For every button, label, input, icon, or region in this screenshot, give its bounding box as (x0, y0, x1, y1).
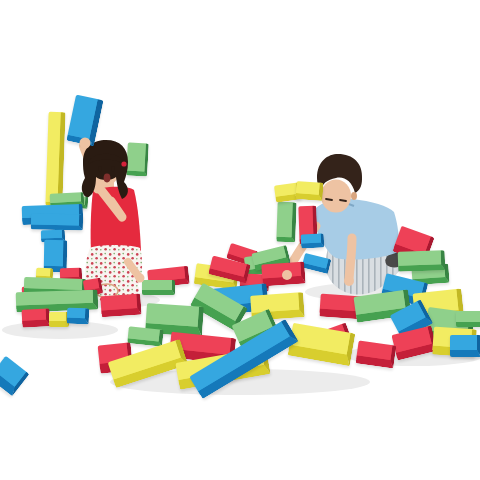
tower-base-blue (67, 308, 90, 325)
pile-red-slab-1 (261, 262, 305, 287)
tower-blue-slab-2 (31, 214, 83, 231)
pile-green-8 (127, 326, 164, 347)
arch-blue-base (301, 233, 325, 248)
blocks-front-layer (0, 0, 480, 480)
pile-blue-edge (0, 356, 29, 397)
arch-green-column (276, 202, 296, 243)
pile-red-9 (356, 340, 397, 368)
pile-blue-2 (302, 253, 332, 274)
pile-green-4 (398, 250, 446, 272)
pile-green-6 (142, 280, 175, 295)
tower-base-red (22, 308, 51, 327)
pile-red-6 (100, 294, 141, 318)
pile-green-7 (456, 311, 480, 327)
girl-held-block (66, 95, 103, 147)
tower-yellow-column (45, 112, 65, 207)
arch-yellow-lintel-right (295, 181, 323, 201)
product-photo (0, 0, 480, 480)
pile-blue-4 (450, 335, 480, 357)
